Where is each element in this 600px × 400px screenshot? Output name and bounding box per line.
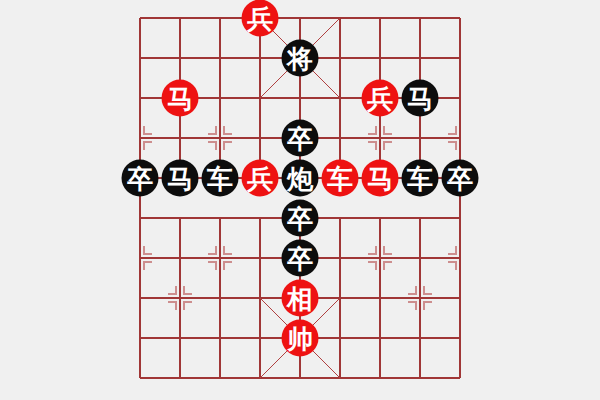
black-horse[interactable]: 马	[162, 160, 199, 197]
black-pawn[interactable]: 卒	[282, 200, 319, 237]
red-elephant[interactable]: 相	[282, 280, 319, 317]
red-pawn[interactable]: 兵	[362, 80, 399, 117]
red-chariot[interactable]: 车	[322, 160, 359, 197]
black-cannon[interactable]: 炮	[282, 160, 319, 197]
black-chariot[interactable]: 车	[202, 160, 239, 197]
black-pawn[interactable]: 卒	[282, 120, 319, 157]
red-horse[interactable]: 马	[162, 80, 199, 117]
pieces-layer: 兵将马兵马卒卒马车兵炮车马车卒卒卒相帅	[0, 0, 600, 400]
red-horse[interactable]: 马	[362, 160, 399, 197]
black-general[interactable]: 将	[282, 40, 319, 77]
black-pawn[interactable]: 卒	[282, 240, 319, 277]
black-chariot[interactable]: 车	[402, 160, 439, 197]
black-pawn[interactable]: 卒	[122, 160, 159, 197]
red-pawn[interactable]: 兵	[242, 0, 279, 37]
black-pawn[interactable]: 卒	[442, 160, 479, 197]
black-horse[interactable]: 马	[402, 80, 439, 117]
red-general[interactable]: 帅	[282, 320, 319, 357]
red-pawn[interactable]: 兵	[242, 160, 279, 197]
xiangqi-board: 兵将马兵马卒卒马车兵炮车马车卒卒卒相帅	[0, 0, 600, 400]
